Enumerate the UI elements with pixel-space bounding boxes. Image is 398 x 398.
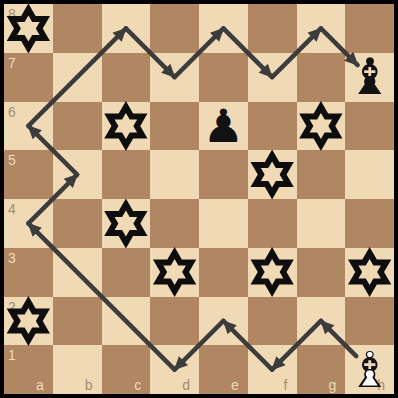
obstacle-star-icon-a8 [12, 9, 45, 47]
obstacle-star-icon-c4 [109, 204, 142, 242]
white-bishop[interactable]: ♝♗ [345, 345, 394, 394]
path-arrow-d7-e8 [175, 28, 224, 77]
black-bishop[interactable]: ♝ [345, 53, 394, 102]
annotations-overlay [4, 4, 394, 394]
black-pawn[interactable]: ♟ [199, 102, 248, 151]
white-bishop-glyph: ♗ [347, 345, 392, 395]
path-arrow-a6-c8 [28, 28, 126, 126]
board-inner: 12345678abcdefgh ♝♟♝♗ [4, 4, 394, 394]
black-pawn-glyph: ♟ [203, 103, 244, 149]
black-bishop-glyph: ♝ [347, 52, 392, 102]
path-arrow-d1-a4 [28, 223, 174, 369]
chess-board: 12345678abcdefgh ♝♟♝♗ [0, 0, 398, 398]
obstacle-star-icon-d3 [158, 253, 191, 291]
path-arrow-e2-d1 [175, 321, 224, 370]
obstacle-star-icon-c6 [109, 107, 142, 145]
path-arrow-f7-g8 [272, 28, 321, 77]
path-arrow-g2-f1 [272, 321, 321, 370]
obstacle-star-icon-f5 [256, 156, 289, 194]
obstacle-star-icon-f3 [256, 253, 289, 291]
obstacle-star-icon-g6 [304, 107, 337, 145]
path-arrow-e8-f7 [223, 28, 272, 77]
path-arrow-f1-e2 [223, 321, 272, 370]
path-arrow-a4-b5 [28, 175, 77, 224]
obstacle-star-icon-h3 [353, 253, 386, 291]
path-arrow-b5-a6 [28, 126, 77, 175]
obstacle-star-icon-a2 [12, 302, 45, 340]
path-arrow-c8-d7 [126, 28, 175, 77]
